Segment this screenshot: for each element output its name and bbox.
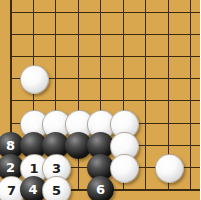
move-number-label: 6 <box>96 183 105 196</box>
move-number-label: 7 <box>7 184 16 197</box>
go-board[interactable]: 82137456 <box>0 0 200 200</box>
board-vline <box>78 0 79 191</box>
stone-white <box>155 154 184 183</box>
board-vline <box>190 0 191 191</box>
move-number-label: 4 <box>28 183 37 196</box>
board-vline <box>145 0 146 191</box>
move-number-label: 5 <box>52 184 61 197</box>
move-number-label: 1 <box>29 162 38 175</box>
move-number-label: 3 <box>52 162 61 175</box>
stone-white <box>110 154 139 183</box>
board-hline <box>10 56 201 57</box>
board-hline <box>10 12 201 13</box>
move-number-label: 2 <box>6 161 15 174</box>
stone-white <box>20 65 49 94</box>
move-6-stone-black: 6 <box>87 176 114 200</box>
board-hline <box>10 100 201 101</box>
move-5-stone-white: 5 <box>42 176 71 200</box>
go-diagram: 82137456 <box>0 0 200 200</box>
move-number-label: 8 <box>6 139 15 152</box>
board-hline <box>10 34 201 35</box>
